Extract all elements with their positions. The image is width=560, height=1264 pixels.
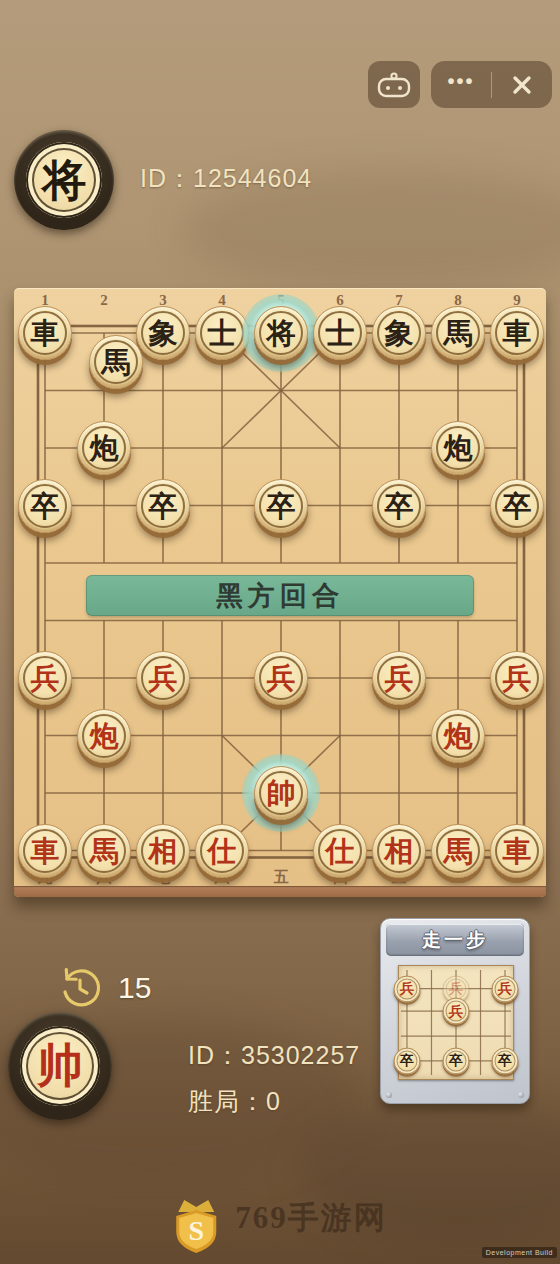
board-frame-edge: [14, 886, 546, 897]
piece-卒[interactable]: 卒: [372, 479, 426, 533]
piece-馬[interactable]: 馬: [89, 335, 143, 389]
window-controls: •••: [431, 61, 552, 108]
piece-char: 卒: [267, 491, 296, 521]
hint-piece-char: 兵: [400, 980, 414, 998]
piece-相[interactable]: 相: [372, 824, 426, 878]
piece-卒[interactable]: 卒: [254, 479, 308, 533]
hint-piece-char: 卒: [400, 1052, 414, 1070]
more-icon: •••: [447, 76, 474, 94]
piece-char: 象: [385, 318, 414, 348]
watermark-site-url: www.sy769.com: [232, 1241, 389, 1253]
opponent-avatar[interactable]: 将: [14, 130, 114, 230]
svg-text:S: S: [188, 1215, 204, 1246]
undo-count: 15: [118, 971, 151, 1005]
piece-仕[interactable]: 仕: [313, 824, 367, 878]
piece-char: 車: [31, 318, 60, 348]
hint-piece-卒: 卒: [492, 1047, 519, 1074]
piece-char: 将: [267, 318, 296, 348]
piece-char: 兵: [31, 663, 60, 693]
piece-char: 車: [31, 836, 60, 866]
hint-piece-char: 兵: [449, 1002, 463, 1020]
player-piece-char: 帅: [37, 1035, 83, 1097]
hint-mini-board: 兵兵兵兵卒卒卒: [398, 965, 514, 1080]
piece-象[interactable]: 象: [136, 306, 190, 360]
piece-仕[interactable]: 仕: [195, 824, 249, 878]
piece-char: 象: [149, 318, 178, 348]
piece-帥[interactable]: 帥: [254, 766, 308, 820]
more-button[interactable]: •••: [431, 61, 491, 108]
piece-将[interactable]: 将: [254, 306, 308, 360]
piece-馬[interactable]: 馬: [77, 824, 131, 878]
player-id: ID：35302257: [188, 1039, 360, 1072]
piece-char: 炮: [90, 433, 119, 463]
xiangqi-board[interactable]: 123456789九八七六五四三二一 車象士将士象馬車馬炮炮卒卒卒卒卒兵兵兵兵兵…: [14, 288, 546, 897]
piece-char: 卒: [149, 491, 178, 521]
piece-炮[interactable]: 炮: [77, 421, 131, 475]
opponent-avatar-piece: 将: [26, 142, 102, 218]
hint-piece-char: 卒: [498, 1052, 512, 1070]
piece-char: 相: [385, 836, 414, 866]
piece-char: 車: [503, 836, 532, 866]
piece-char: 馬: [444, 836, 473, 866]
piece-char: 兵: [385, 663, 414, 693]
screw-icon: [518, 1092, 524, 1098]
close-icon: [512, 75, 532, 95]
piece-卒[interactable]: 卒: [136, 479, 190, 533]
col-label-top: 2: [100, 292, 108, 309]
piece-char: 士: [208, 318, 237, 348]
piece-炮[interactable]: 炮: [77, 709, 131, 763]
piece-char: 馬: [444, 318, 473, 348]
piece-char: 車: [503, 318, 532, 348]
hint-panel-header: 走一步: [386, 924, 524, 956]
piece-兵[interactable]: 兵: [372, 651, 426, 705]
piece-士[interactable]: 士: [313, 306, 367, 360]
piece-char: 炮: [90, 721, 119, 751]
hint-panel-title: 走一步: [422, 927, 488, 953]
dev-build-label: Development Build: [482, 1247, 557, 1258]
gamepad-button[interactable]: [368, 61, 420, 108]
player-avatar-piece: 帅: [20, 1026, 100, 1106]
hint-piece-char: 兵: [498, 980, 512, 998]
watermark: S 769手游网 www.sy769.com: [170, 1196, 389, 1254]
player-avatar[interactable]: 帅: [8, 1012, 112, 1120]
piece-char: 馬: [90, 836, 119, 866]
piece-兵[interactable]: 兵: [254, 651, 308, 705]
opponent-id: ID：12544604: [140, 162, 312, 195]
piece-兵[interactable]: 兵: [136, 651, 190, 705]
piece-馬[interactable]: 馬: [431, 306, 485, 360]
screw-icon: [386, 1092, 392, 1098]
undo-history-icon[interactable]: [58, 966, 102, 1010]
turn-banner: 黑方回合: [86, 575, 474, 616]
gamepad-icon: [377, 72, 411, 98]
piece-char: 兵: [503, 663, 532, 693]
piece-char: 帥: [267, 778, 296, 808]
player-wins: 胜局：0: [188, 1085, 281, 1118]
hint-panel[interactable]: 走一步 兵兵兵兵卒卒卒: [380, 918, 530, 1104]
piece-炮[interactable]: 炮: [431, 421, 485, 475]
piece-char: 卒: [503, 491, 532, 521]
piece-char: 士: [326, 318, 355, 348]
piece-車[interactable]: 車: [490, 306, 544, 360]
piece-象[interactable]: 象: [372, 306, 426, 360]
piece-char: 馬: [101, 347, 130, 377]
watermark-site-name: 769手游网: [235, 1197, 387, 1239]
piece-卒[interactable]: 卒: [490, 479, 544, 533]
hint-piece-兵: 兵: [443, 998, 470, 1025]
piece-char: 仕: [326, 836, 355, 866]
piece-士[interactable]: 士: [195, 306, 249, 360]
hint-piece-兵: 兵: [393, 975, 420, 1002]
hint-piece-卒: 卒: [443, 1047, 470, 1074]
watermark-logo-icon: S: [170, 1196, 222, 1254]
app-screen: ••• 将 ID：12544604 123456789九八七六五四三二一 車象士…: [0, 0, 560, 1264]
opponent-piece-char: 将: [42, 151, 86, 210]
piece-相[interactable]: 相: [136, 824, 190, 878]
hint-piece-兵: 兵: [492, 975, 519, 1002]
turn-banner-text: 黑方回合: [216, 578, 344, 614]
piece-char: 兵: [149, 663, 178, 693]
piece-char: 相: [149, 836, 178, 866]
piece-車[interactable]: 車: [18, 306, 72, 360]
piece-卒[interactable]: 卒: [18, 479, 72, 533]
hint-piece-卒: 卒: [393, 1047, 420, 1074]
piece-char: 卒: [385, 491, 414, 521]
piece-炮[interactable]: 炮: [431, 709, 485, 763]
undo-row: 15: [58, 964, 258, 1012]
hint-piece-char: 兵: [449, 980, 463, 998]
piece-車[interactable]: 車: [18, 824, 72, 878]
close-button[interactable]: [492, 61, 552, 108]
piece-char: 炮: [444, 433, 473, 463]
piece-兵[interactable]: 兵: [18, 651, 72, 705]
piece-馬[interactable]: 馬: [431, 824, 485, 878]
piece-char: 炮: [444, 721, 473, 751]
piece-char: 仕: [208, 836, 237, 866]
hint-piece-char: 卒: [449, 1052, 463, 1070]
piece-char: 卒: [31, 491, 60, 521]
piece-車[interactable]: 車: [490, 824, 544, 878]
piece-char: 兵: [267, 663, 296, 693]
col-label-bottom: 五: [274, 868, 289, 887]
piece-兵[interactable]: 兵: [490, 651, 544, 705]
